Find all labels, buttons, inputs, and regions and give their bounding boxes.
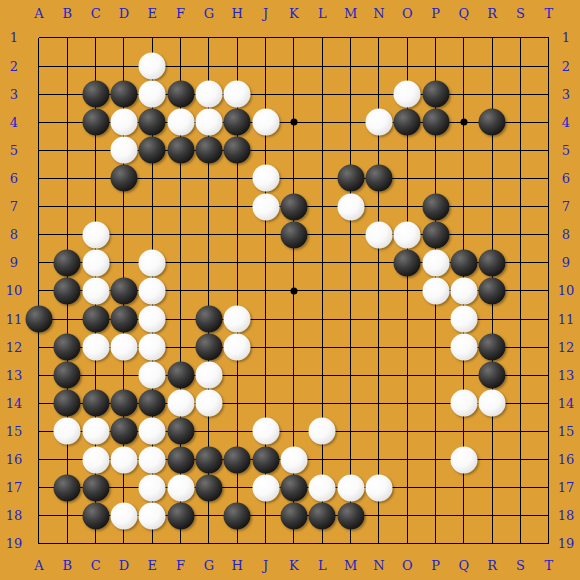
intersection-G15[interactable] bbox=[195, 417, 223, 445]
intersection-S5[interactable] bbox=[506, 136, 534, 164]
intersection-M13[interactable] bbox=[336, 361, 364, 389]
intersection-A15[interactable] bbox=[25, 417, 53, 445]
intersection-Q8[interactable] bbox=[450, 221, 478, 249]
intersection-E13[interactable] bbox=[138, 361, 166, 389]
intersection-R5[interactable] bbox=[478, 136, 506, 164]
intersection-S15[interactable] bbox=[506, 417, 534, 445]
intersection-O3[interactable] bbox=[393, 80, 421, 108]
intersection-B17[interactable] bbox=[53, 474, 81, 502]
intersection-P16[interactable] bbox=[421, 446, 449, 474]
intersection-J6[interactable] bbox=[251, 164, 279, 192]
intersection-G7[interactable] bbox=[195, 193, 223, 221]
intersection-K8[interactable] bbox=[280, 221, 308, 249]
intersection-A10[interactable] bbox=[25, 277, 53, 305]
intersection-F5[interactable] bbox=[166, 136, 194, 164]
intersection-L7[interactable] bbox=[308, 193, 336, 221]
intersection-G6[interactable] bbox=[195, 164, 223, 192]
intersection-B14[interactable] bbox=[53, 389, 81, 417]
intersection-M14[interactable] bbox=[336, 389, 364, 417]
intersection-M3[interactable] bbox=[336, 80, 364, 108]
intersection-L5[interactable] bbox=[308, 136, 336, 164]
intersection-E17[interactable] bbox=[138, 474, 166, 502]
intersection-L10[interactable] bbox=[308, 277, 336, 305]
intersection-P3[interactable] bbox=[421, 80, 449, 108]
intersection-A5[interactable] bbox=[25, 136, 53, 164]
intersection-G8[interactable] bbox=[195, 221, 223, 249]
intersection-D15[interactable] bbox=[110, 417, 138, 445]
intersection-Q10[interactable] bbox=[450, 277, 478, 305]
intersection-S6[interactable] bbox=[506, 164, 534, 192]
intersection-R9[interactable] bbox=[478, 249, 506, 277]
intersection-Q13[interactable] bbox=[450, 361, 478, 389]
intersection-G16[interactable] bbox=[195, 446, 223, 474]
intersection-J7[interactable] bbox=[251, 193, 279, 221]
intersection-D19[interactable] bbox=[110, 530, 138, 558]
intersection-B10[interactable] bbox=[53, 277, 81, 305]
intersection-G17[interactable] bbox=[195, 474, 223, 502]
intersection-C9[interactable] bbox=[81, 249, 109, 277]
intersection-R17[interactable] bbox=[478, 474, 506, 502]
intersection-R18[interactable] bbox=[478, 502, 506, 530]
intersection-T16[interactable] bbox=[535, 446, 563, 474]
intersection-E12[interactable] bbox=[138, 333, 166, 361]
intersection-D9[interactable] bbox=[110, 249, 138, 277]
intersection-B2[interactable] bbox=[53, 52, 81, 80]
intersection-J17[interactable] bbox=[251, 474, 279, 502]
intersection-C5[interactable] bbox=[81, 136, 109, 164]
intersection-J10[interactable] bbox=[251, 277, 279, 305]
intersection-F4[interactable] bbox=[166, 108, 194, 136]
intersection-C8[interactable] bbox=[81, 221, 109, 249]
intersection-R7[interactable] bbox=[478, 193, 506, 221]
intersection-K18[interactable] bbox=[280, 502, 308, 530]
intersection-T19[interactable] bbox=[535, 530, 563, 558]
intersection-R8[interactable] bbox=[478, 221, 506, 249]
intersection-T2[interactable] bbox=[535, 52, 563, 80]
intersection-H7[interactable] bbox=[223, 193, 251, 221]
intersection-P14[interactable] bbox=[421, 389, 449, 417]
intersection-N16[interactable] bbox=[365, 446, 393, 474]
intersection-G2[interactable] bbox=[195, 52, 223, 80]
intersection-N11[interactable] bbox=[365, 305, 393, 333]
intersection-F3[interactable] bbox=[166, 80, 194, 108]
intersection-G10[interactable] bbox=[195, 277, 223, 305]
intersection-A4[interactable] bbox=[25, 108, 53, 136]
intersection-O12[interactable] bbox=[393, 333, 421, 361]
intersection-Q9[interactable] bbox=[450, 249, 478, 277]
intersection-Q7[interactable] bbox=[450, 193, 478, 221]
intersection-H1[interactable] bbox=[223, 24, 251, 52]
intersection-C11[interactable] bbox=[81, 305, 109, 333]
intersection-M17[interactable] bbox=[336, 474, 364, 502]
intersection-D12[interactable] bbox=[110, 333, 138, 361]
intersection-L17[interactable] bbox=[308, 474, 336, 502]
intersection-C7[interactable] bbox=[81, 193, 109, 221]
intersection-P2[interactable] bbox=[421, 52, 449, 80]
intersection-P4[interactable] bbox=[421, 108, 449, 136]
intersection-D2[interactable] bbox=[110, 52, 138, 80]
intersection-H19[interactable] bbox=[223, 530, 251, 558]
intersection-P6[interactable] bbox=[421, 164, 449, 192]
intersection-F11[interactable] bbox=[166, 305, 194, 333]
intersection-O2[interactable] bbox=[393, 52, 421, 80]
intersection-T15[interactable] bbox=[535, 417, 563, 445]
intersection-B11[interactable] bbox=[53, 305, 81, 333]
intersection-C18[interactable] bbox=[81, 502, 109, 530]
intersection-M5[interactable] bbox=[336, 136, 364, 164]
intersection-O4[interactable] bbox=[393, 108, 421, 136]
intersection-A14[interactable] bbox=[25, 389, 53, 417]
intersection-H18[interactable] bbox=[223, 502, 251, 530]
intersection-P18[interactable] bbox=[421, 502, 449, 530]
intersection-H16[interactable] bbox=[223, 446, 251, 474]
intersection-T6[interactable] bbox=[535, 164, 563, 192]
intersection-Q1[interactable] bbox=[450, 24, 478, 52]
intersection-D10[interactable] bbox=[110, 277, 138, 305]
intersection-J15[interactable] bbox=[251, 417, 279, 445]
intersection-L4[interactable] bbox=[308, 108, 336, 136]
intersection-B6[interactable] bbox=[53, 164, 81, 192]
intersection-L13[interactable] bbox=[308, 361, 336, 389]
intersection-O8[interactable] bbox=[393, 221, 421, 249]
intersection-H14[interactable] bbox=[223, 389, 251, 417]
intersection-B19[interactable] bbox=[53, 530, 81, 558]
intersection-C14[interactable] bbox=[81, 389, 109, 417]
intersection-R12[interactable] bbox=[478, 333, 506, 361]
intersection-K15[interactable] bbox=[280, 417, 308, 445]
intersection-S12[interactable] bbox=[506, 333, 534, 361]
intersection-B9[interactable] bbox=[53, 249, 81, 277]
intersection-H4[interactable] bbox=[223, 108, 251, 136]
intersection-N3[interactable] bbox=[365, 80, 393, 108]
intersection-T3[interactable] bbox=[535, 80, 563, 108]
intersection-M2[interactable] bbox=[336, 52, 364, 80]
intersection-D17[interactable] bbox=[110, 474, 138, 502]
intersection-A18[interactable] bbox=[25, 502, 53, 530]
intersection-C6[interactable] bbox=[81, 164, 109, 192]
intersection-J3[interactable] bbox=[251, 80, 279, 108]
intersection-A1[interactable] bbox=[25, 24, 53, 52]
intersection-N12[interactable] bbox=[365, 333, 393, 361]
intersection-A17[interactable] bbox=[25, 474, 53, 502]
intersection-N19[interactable] bbox=[365, 530, 393, 558]
intersection-S3[interactable] bbox=[506, 80, 534, 108]
intersection-J2[interactable] bbox=[251, 52, 279, 80]
intersection-F9[interactable] bbox=[166, 249, 194, 277]
intersection-J13[interactable] bbox=[251, 361, 279, 389]
intersection-Q17[interactable] bbox=[450, 474, 478, 502]
intersection-J18[interactable] bbox=[251, 502, 279, 530]
intersection-D6[interactable] bbox=[110, 164, 138, 192]
intersection-G12[interactable] bbox=[195, 333, 223, 361]
intersection-S2[interactable] bbox=[506, 52, 534, 80]
intersection-O11[interactable] bbox=[393, 305, 421, 333]
intersection-F17[interactable] bbox=[166, 474, 194, 502]
intersection-C4[interactable] bbox=[81, 108, 109, 136]
intersection-Q5[interactable] bbox=[450, 136, 478, 164]
intersection-G9[interactable] bbox=[195, 249, 223, 277]
intersection-H13[interactable] bbox=[223, 361, 251, 389]
intersection-S1[interactable] bbox=[506, 24, 534, 52]
intersection-L12[interactable] bbox=[308, 333, 336, 361]
intersection-L11[interactable] bbox=[308, 305, 336, 333]
intersection-E19[interactable] bbox=[138, 530, 166, 558]
intersection-E15[interactable] bbox=[138, 417, 166, 445]
intersection-R4[interactable] bbox=[478, 108, 506, 136]
intersection-E16[interactable] bbox=[138, 446, 166, 474]
intersection-H6[interactable] bbox=[223, 164, 251, 192]
intersection-B5[interactable] bbox=[53, 136, 81, 164]
intersection-K7[interactable] bbox=[280, 193, 308, 221]
intersection-F7[interactable] bbox=[166, 193, 194, 221]
intersection-K16[interactable] bbox=[280, 446, 308, 474]
intersection-B18[interactable] bbox=[53, 502, 81, 530]
intersection-B3[interactable] bbox=[53, 80, 81, 108]
intersection-A7[interactable] bbox=[25, 193, 53, 221]
intersection-N4[interactable] bbox=[365, 108, 393, 136]
intersection-T5[interactable] bbox=[535, 136, 563, 164]
intersection-L8[interactable] bbox=[308, 221, 336, 249]
intersection-J12[interactable] bbox=[251, 333, 279, 361]
intersection-P12[interactable] bbox=[421, 333, 449, 361]
intersection-E1[interactable] bbox=[138, 24, 166, 52]
intersection-P17[interactable] bbox=[421, 474, 449, 502]
intersection-E7[interactable] bbox=[138, 193, 166, 221]
intersection-N13[interactable] bbox=[365, 361, 393, 389]
intersection-E14[interactable] bbox=[138, 389, 166, 417]
intersection-T13[interactable] bbox=[535, 361, 563, 389]
intersection-O1[interactable] bbox=[393, 24, 421, 52]
intersection-C3[interactable] bbox=[81, 80, 109, 108]
intersection-K11[interactable] bbox=[280, 305, 308, 333]
intersection-T8[interactable] bbox=[535, 221, 563, 249]
intersection-K10[interactable] bbox=[280, 277, 308, 305]
intersection-O5[interactable] bbox=[393, 136, 421, 164]
intersection-Q18[interactable] bbox=[450, 502, 478, 530]
intersection-K12[interactable] bbox=[280, 333, 308, 361]
intersection-N5[interactable] bbox=[365, 136, 393, 164]
intersection-A16[interactable] bbox=[25, 446, 53, 474]
intersection-K19[interactable] bbox=[280, 530, 308, 558]
intersection-P15[interactable] bbox=[421, 417, 449, 445]
intersection-D13[interactable] bbox=[110, 361, 138, 389]
intersection-P7[interactable] bbox=[421, 193, 449, 221]
intersection-K2[interactable] bbox=[280, 52, 308, 80]
intersection-A8[interactable] bbox=[25, 221, 53, 249]
intersection-E3[interactable] bbox=[138, 80, 166, 108]
intersection-N9[interactable] bbox=[365, 249, 393, 277]
intersection-F2[interactable] bbox=[166, 52, 194, 80]
intersection-O10[interactable] bbox=[393, 277, 421, 305]
intersection-K4[interactable] bbox=[280, 108, 308, 136]
intersection-G18[interactable] bbox=[195, 502, 223, 530]
intersection-S18[interactable] bbox=[506, 502, 534, 530]
intersection-R19[interactable] bbox=[478, 530, 506, 558]
intersection-Q3[interactable] bbox=[450, 80, 478, 108]
intersection-A6[interactable] bbox=[25, 164, 53, 192]
intersection-N6[interactable] bbox=[365, 164, 393, 192]
intersection-L14[interactable] bbox=[308, 389, 336, 417]
intersection-M8[interactable] bbox=[336, 221, 364, 249]
intersection-L18[interactable] bbox=[308, 502, 336, 530]
intersection-E8[interactable] bbox=[138, 221, 166, 249]
intersection-D18[interactable] bbox=[110, 502, 138, 530]
intersection-O9[interactable] bbox=[393, 249, 421, 277]
intersection-C13[interactable] bbox=[81, 361, 109, 389]
intersection-F12[interactable] bbox=[166, 333, 194, 361]
intersection-C2[interactable] bbox=[81, 52, 109, 80]
intersection-F13[interactable] bbox=[166, 361, 194, 389]
intersection-D8[interactable] bbox=[110, 221, 138, 249]
intersection-N8[interactable] bbox=[365, 221, 393, 249]
intersection-M15[interactable] bbox=[336, 417, 364, 445]
intersection-G14[interactable] bbox=[195, 389, 223, 417]
intersection-L1[interactable] bbox=[308, 24, 336, 52]
intersection-P1[interactable] bbox=[421, 24, 449, 52]
intersection-B1[interactable] bbox=[53, 24, 81, 52]
intersection-H9[interactable] bbox=[223, 249, 251, 277]
intersection-O7[interactable] bbox=[393, 193, 421, 221]
intersection-N17[interactable] bbox=[365, 474, 393, 502]
intersection-T18[interactable] bbox=[535, 502, 563, 530]
intersection-D7[interactable] bbox=[110, 193, 138, 221]
intersection-S16[interactable] bbox=[506, 446, 534, 474]
intersection-N1[interactable] bbox=[365, 24, 393, 52]
intersection-J4[interactable] bbox=[251, 108, 279, 136]
intersection-N18[interactable] bbox=[365, 502, 393, 530]
intersection-O13[interactable] bbox=[393, 361, 421, 389]
intersection-Q12[interactable] bbox=[450, 333, 478, 361]
intersection-H3[interactable] bbox=[223, 80, 251, 108]
intersection-M6[interactable] bbox=[336, 164, 364, 192]
intersection-T4[interactable] bbox=[535, 108, 563, 136]
intersection-O15[interactable] bbox=[393, 417, 421, 445]
intersection-D14[interactable] bbox=[110, 389, 138, 417]
intersection-J16[interactable] bbox=[251, 446, 279, 474]
intersection-F15[interactable] bbox=[166, 417, 194, 445]
intersection-N7[interactable] bbox=[365, 193, 393, 221]
intersection-F8[interactable] bbox=[166, 221, 194, 249]
intersection-M4[interactable] bbox=[336, 108, 364, 136]
intersection-J9[interactable] bbox=[251, 249, 279, 277]
intersection-K5[interactable] bbox=[280, 136, 308, 164]
intersection-A2[interactable] bbox=[25, 52, 53, 80]
intersection-R10[interactable] bbox=[478, 277, 506, 305]
intersection-R1[interactable] bbox=[478, 24, 506, 52]
intersection-P8[interactable] bbox=[421, 221, 449, 249]
intersection-S14[interactable] bbox=[506, 389, 534, 417]
intersection-O6[interactable] bbox=[393, 164, 421, 192]
intersection-M1[interactable] bbox=[336, 24, 364, 52]
intersection-A12[interactable] bbox=[25, 333, 53, 361]
intersection-C17[interactable] bbox=[81, 474, 109, 502]
intersection-G4[interactable] bbox=[195, 108, 223, 136]
intersection-E6[interactable] bbox=[138, 164, 166, 192]
intersection-Q15[interactable] bbox=[450, 417, 478, 445]
intersection-H15[interactable] bbox=[223, 417, 251, 445]
intersection-T1[interactable] bbox=[535, 24, 563, 52]
intersection-F1[interactable] bbox=[166, 24, 194, 52]
intersection-B4[interactable] bbox=[53, 108, 81, 136]
intersection-T10[interactable] bbox=[535, 277, 563, 305]
intersection-K9[interactable] bbox=[280, 249, 308, 277]
intersection-O18[interactable] bbox=[393, 502, 421, 530]
intersection-D11[interactable] bbox=[110, 305, 138, 333]
intersection-N2[interactable] bbox=[365, 52, 393, 80]
intersection-L6[interactable] bbox=[308, 164, 336, 192]
intersection-P9[interactable] bbox=[421, 249, 449, 277]
intersection-K14[interactable] bbox=[280, 389, 308, 417]
intersection-E18[interactable] bbox=[138, 502, 166, 530]
intersection-T17[interactable] bbox=[535, 474, 563, 502]
intersection-B12[interactable] bbox=[53, 333, 81, 361]
intersection-H12[interactable] bbox=[223, 333, 251, 361]
intersection-L19[interactable] bbox=[308, 530, 336, 558]
intersection-K3[interactable] bbox=[280, 80, 308, 108]
intersection-R3[interactable] bbox=[478, 80, 506, 108]
intersection-F18[interactable] bbox=[166, 502, 194, 530]
intersection-K13[interactable] bbox=[280, 361, 308, 389]
intersection-M11[interactable] bbox=[336, 305, 364, 333]
intersection-S13[interactable] bbox=[506, 361, 534, 389]
intersection-L9[interactable] bbox=[308, 249, 336, 277]
intersection-F14[interactable] bbox=[166, 389, 194, 417]
intersection-M9[interactable] bbox=[336, 249, 364, 277]
intersection-P5[interactable] bbox=[421, 136, 449, 164]
intersection-T7[interactable] bbox=[535, 193, 563, 221]
intersection-J19[interactable] bbox=[251, 530, 279, 558]
intersection-D4[interactable] bbox=[110, 108, 138, 136]
intersection-F19[interactable] bbox=[166, 530, 194, 558]
intersection-G5[interactable] bbox=[195, 136, 223, 164]
intersection-R11[interactable] bbox=[478, 305, 506, 333]
intersection-A19[interactable] bbox=[25, 530, 53, 558]
intersection-C16[interactable] bbox=[81, 446, 109, 474]
intersection-K6[interactable] bbox=[280, 164, 308, 192]
intersection-J5[interactable] bbox=[251, 136, 279, 164]
intersection-R2[interactable] bbox=[478, 52, 506, 80]
intersection-G1[interactable] bbox=[195, 24, 223, 52]
intersection-M12[interactable] bbox=[336, 333, 364, 361]
intersection-R14[interactable] bbox=[478, 389, 506, 417]
intersection-H10[interactable] bbox=[223, 277, 251, 305]
intersection-S8[interactable] bbox=[506, 221, 534, 249]
intersection-S4[interactable] bbox=[506, 108, 534, 136]
intersection-M18[interactable] bbox=[336, 502, 364, 530]
intersection-D16[interactable] bbox=[110, 446, 138, 474]
intersection-S19[interactable] bbox=[506, 530, 534, 558]
intersection-Q6[interactable] bbox=[450, 164, 478, 192]
intersection-P13[interactable] bbox=[421, 361, 449, 389]
intersection-O14[interactable] bbox=[393, 389, 421, 417]
intersection-N10[interactable] bbox=[365, 277, 393, 305]
intersection-J8[interactable] bbox=[251, 221, 279, 249]
intersection-T11[interactable] bbox=[535, 305, 563, 333]
intersection-H17[interactable] bbox=[223, 474, 251, 502]
intersection-B15[interactable] bbox=[53, 417, 81, 445]
intersection-Q16[interactable] bbox=[450, 446, 478, 474]
intersection-P10[interactable] bbox=[421, 277, 449, 305]
intersection-D5[interactable] bbox=[110, 136, 138, 164]
intersection-P11[interactable] bbox=[421, 305, 449, 333]
intersection-R6[interactable] bbox=[478, 164, 506, 192]
intersection-F10[interactable] bbox=[166, 277, 194, 305]
intersection-F6[interactable] bbox=[166, 164, 194, 192]
intersection-F16[interactable] bbox=[166, 446, 194, 474]
intersection-C15[interactable] bbox=[81, 417, 109, 445]
intersection-M7[interactable] bbox=[336, 193, 364, 221]
intersection-S10[interactable] bbox=[506, 277, 534, 305]
